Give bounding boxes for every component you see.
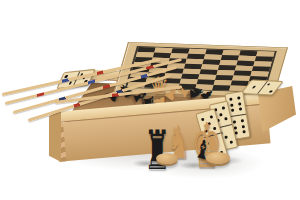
box-left-end	[49, 110, 61, 162]
domino-pip	[224, 136, 228, 140]
domino-pip	[230, 140, 234, 144]
domino-pip	[233, 120, 236, 123]
checker-disc	[206, 152, 230, 164]
domino-pip	[238, 102, 241, 105]
game-set-photo: ♟ ♞ ♝ ♛ ♟ ♝ ♞ ♟ ♜ ♟ ♜ ♞ ♚ ♝	[0, 0, 300, 200]
domino-pip	[266, 83, 270, 85]
domino-pip	[252, 86, 256, 88]
board-square	[212, 85, 230, 91]
domino-pip	[269, 90, 273, 92]
domino-pip	[241, 119, 244, 122]
domino-pip	[229, 98, 232, 101]
domino-pip	[239, 107, 242, 110]
domino-pip	[69, 82, 73, 85]
domino-pip	[242, 124, 245, 127]
domino-pip	[237, 96, 240, 99]
checker-disc	[156, 153, 178, 164]
domino-pip	[243, 130, 246, 133]
domino-pip	[230, 103, 233, 106]
domino-pip	[224, 117, 228, 121]
domino-pip	[222, 106, 226, 110]
board-square	[195, 84, 213, 90]
domino-pip	[231, 109, 234, 112]
